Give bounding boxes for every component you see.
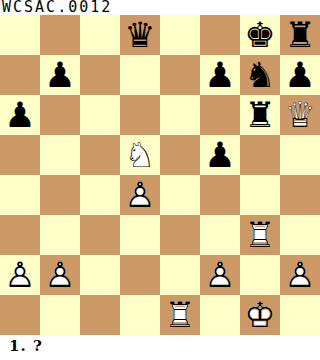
piece-glyph-outline: ♙ [200, 255, 240, 295]
square-e1[interactable]: ♜♖ [160, 295, 200, 335]
square-d6[interactable] [120, 95, 160, 135]
square-f6[interactable] [200, 95, 240, 135]
square-h8[interactable]: ♜ [280, 15, 320, 55]
piece-white-rook: ♜♖ [160, 295, 200, 335]
piece-black-knight: ♞ [240, 55, 280, 95]
square-f8[interactable] [200, 15, 240, 55]
piece-black-rook: ♜ [280, 15, 320, 55]
square-c4[interactable] [80, 175, 120, 215]
piece-black-queen: ♛ [120, 15, 160, 55]
piece-black-pawn: ♟ [200, 135, 240, 175]
piece-black-pawn: ♟ [0, 95, 40, 135]
piece-white-queen: ♛♕ [280, 95, 320, 135]
square-f1[interactable] [200, 295, 240, 335]
piece-glyph-outline: ♙ [0, 255, 40, 295]
square-c7[interactable] [80, 55, 120, 95]
square-a2[interactable]: ♟♙ [0, 255, 40, 295]
square-g7[interactable]: ♞ [240, 55, 280, 95]
square-a6[interactable]: ♟ [0, 95, 40, 135]
square-b8[interactable] [40, 15, 80, 55]
piece-black-pawn: ♟ [200, 55, 240, 95]
piece-white-king: ♚♔ [240, 295, 280, 335]
piece-glyph-outline: ♙ [280, 255, 320, 295]
square-e7[interactable] [160, 55, 200, 95]
piece-glyph-outline: ♕ [280, 95, 320, 135]
square-e4[interactable] [160, 175, 200, 215]
square-a3[interactable] [0, 215, 40, 255]
square-c2[interactable] [80, 255, 120, 295]
piece-white-pawn: ♟♙ [40, 255, 80, 295]
piece-white-pawn: ♟♙ [120, 175, 160, 215]
piece-glyph-outline: ♙ [120, 175, 160, 215]
square-f4[interactable] [200, 175, 240, 215]
square-c3[interactable] [80, 215, 120, 255]
square-d5[interactable]: ♞♘ [120, 135, 160, 175]
chess-board[interactable]: ♛♚♜♟♟♞♟♟♜♛♕♞♘♟♟♙♜♖♟♙♟♙♟♙♟♙♜♖♚♔ [0, 15, 320, 335]
square-b2[interactable]: ♟♙ [40, 255, 80, 295]
square-h4[interactable] [280, 175, 320, 215]
square-c1[interactable] [80, 295, 120, 335]
piece-black-rook: ♜ [240, 95, 280, 135]
square-f7[interactable]: ♟ [200, 55, 240, 95]
square-g4[interactable] [240, 175, 280, 215]
piece-black-pawn: ♟ [40, 55, 80, 95]
square-d2[interactable] [120, 255, 160, 295]
square-g5[interactable] [240, 135, 280, 175]
square-b3[interactable] [40, 215, 80, 255]
piece-white-pawn: ♟♙ [280, 255, 320, 295]
square-e2[interactable] [160, 255, 200, 295]
square-b4[interactable] [40, 175, 80, 215]
square-h1[interactable] [280, 295, 320, 335]
piece-white-knight: ♞♘ [120, 135, 160, 175]
square-a8[interactable] [0, 15, 40, 55]
square-d1[interactable] [120, 295, 160, 335]
piece-glyph-outline: ♖ [160, 295, 200, 335]
square-b6[interactable] [40, 95, 80, 135]
square-f5[interactable]: ♟ [200, 135, 240, 175]
square-c5[interactable] [80, 135, 120, 175]
square-f2[interactable]: ♟♙ [200, 255, 240, 295]
square-h2[interactable]: ♟♙ [280, 255, 320, 295]
square-g1[interactable]: ♚♔ [240, 295, 280, 335]
square-a1[interactable] [0, 295, 40, 335]
square-h6[interactable]: ♛♕ [280, 95, 320, 135]
piece-glyph-outline: ♙ [40, 255, 80, 295]
piece-glyph-outline: ♖ [240, 215, 280, 255]
square-e8[interactable] [160, 15, 200, 55]
square-b7[interactable]: ♟ [40, 55, 80, 95]
square-g6[interactable]: ♜ [240, 95, 280, 135]
square-a7[interactable] [0, 55, 40, 95]
square-a4[interactable] [0, 175, 40, 215]
square-e5[interactable] [160, 135, 200, 175]
square-d3[interactable] [120, 215, 160, 255]
square-c6[interactable] [80, 95, 120, 135]
piece-white-pawn: ♟♙ [0, 255, 40, 295]
piece-glyph-outline: ♘ [120, 135, 160, 175]
square-f3[interactable] [200, 215, 240, 255]
chess-diagram-window: WCSAC.0012 ♛♚♜♟♟♞♟♟♜♛♕♞♘♟♟♙♜♖♟♙♟♙♟♙♟♙♜♖♚… [0, 0, 320, 360]
square-h7[interactable]: ♟ [280, 55, 320, 95]
move-prompt: 1. ? [0, 335, 320, 360]
piece-white-pawn: ♟♙ [200, 255, 240, 295]
square-d4[interactable]: ♟♙ [120, 175, 160, 215]
square-g3[interactable]: ♜♖ [240, 215, 280, 255]
piece-black-king: ♚ [240, 15, 280, 55]
square-d7[interactable] [120, 55, 160, 95]
square-g8[interactable]: ♚ [240, 15, 280, 55]
square-b5[interactable] [40, 135, 80, 175]
square-e3[interactable] [160, 215, 200, 255]
square-h5[interactable] [280, 135, 320, 175]
square-a5[interactable] [0, 135, 40, 175]
piece-black-pawn: ♟ [280, 55, 320, 95]
piece-white-rook: ♜♖ [240, 215, 280, 255]
square-d8[interactable]: ♛ [120, 15, 160, 55]
puzzle-title: WCSAC.0012 [0, 0, 320, 15]
square-c8[interactable] [80, 15, 120, 55]
square-g2[interactable] [240, 255, 280, 295]
square-b1[interactable] [40, 295, 80, 335]
piece-glyph-outline: ♔ [240, 295, 280, 335]
square-e6[interactable] [160, 95, 200, 135]
square-h3[interactable] [280, 215, 320, 255]
